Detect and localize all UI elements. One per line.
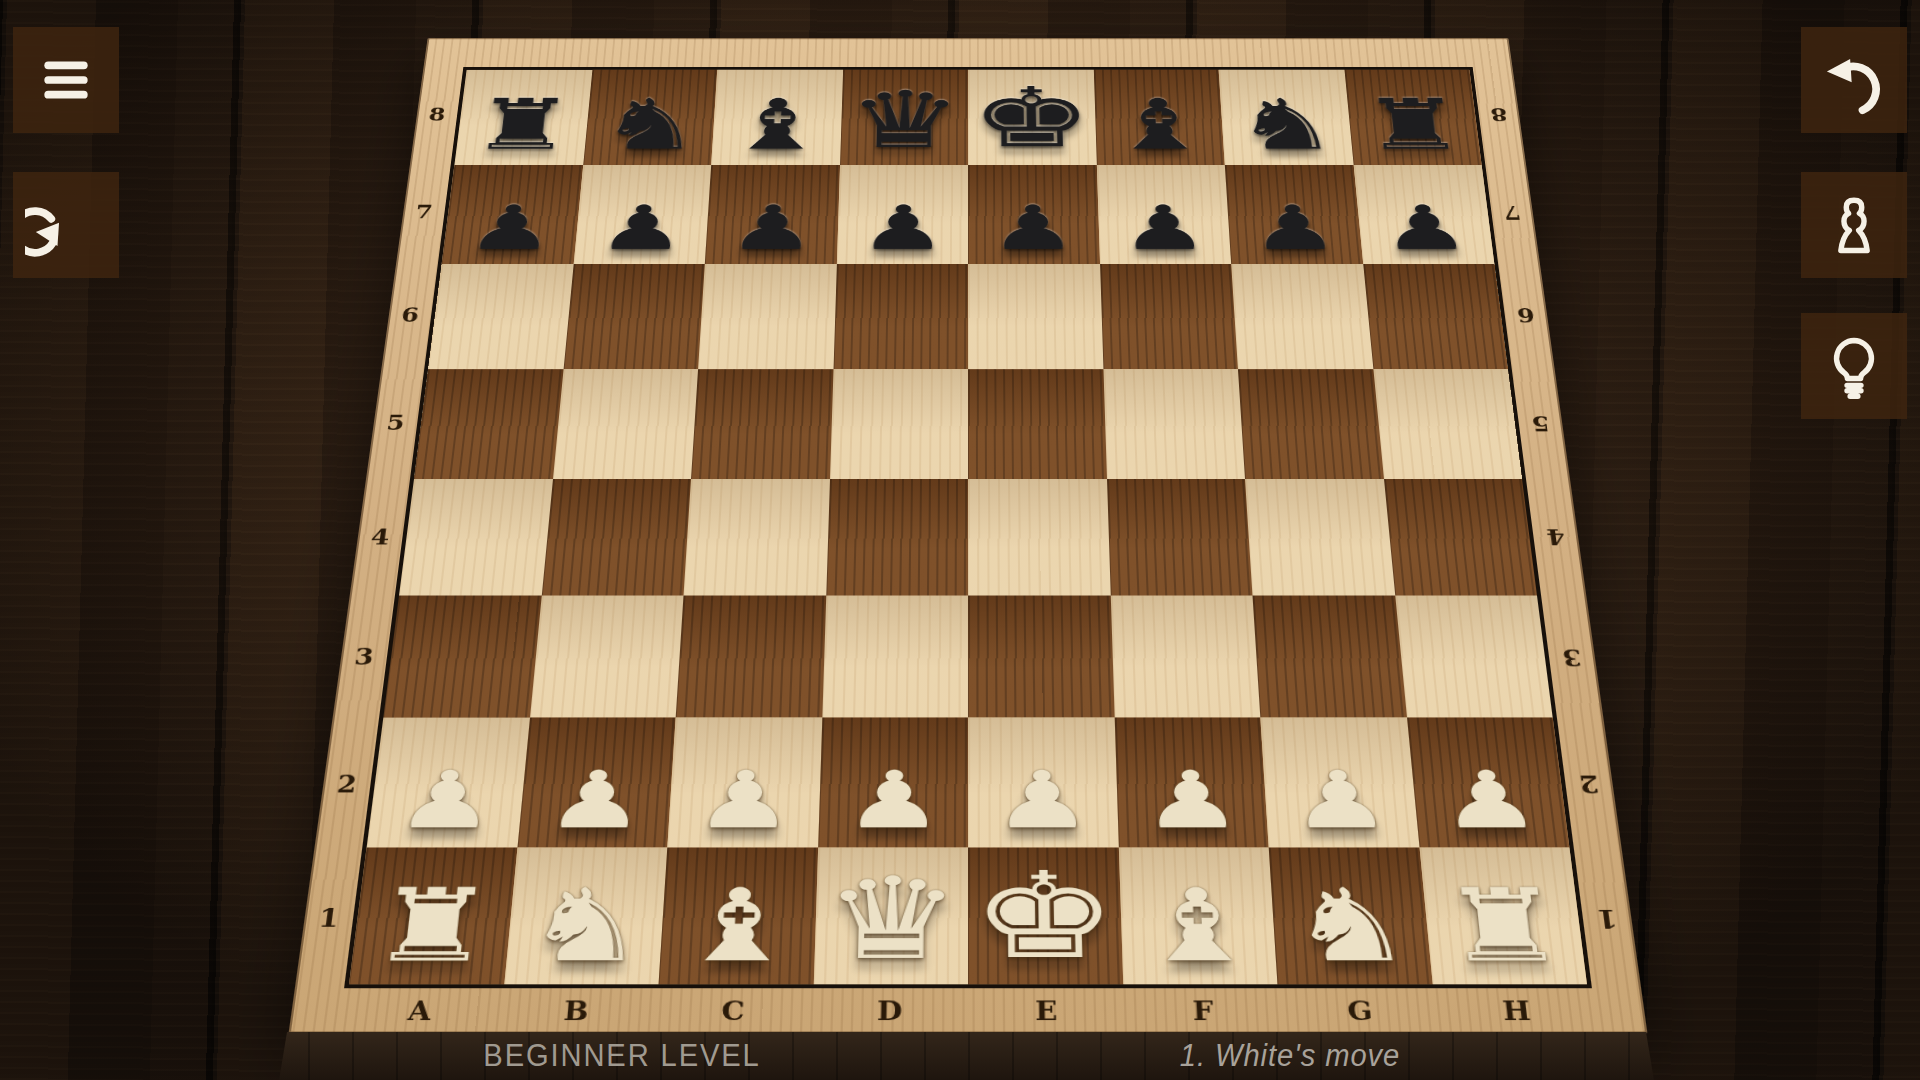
square-g8[interactable]: ♞ (1219, 70, 1353, 165)
square-c7[interactable]: ♟ (705, 165, 840, 265)
square-a2[interactable]: ♟ (367, 718, 530, 847)
square-f1[interactable]: ♝ (1118, 847, 1277, 984)
white-pawn-f2[interactable]: ♟ (1116, 760, 1269, 839)
hint-button[interactable] (1801, 313, 1907, 419)
square-h7[interactable]: ♟ (1353, 165, 1494, 265)
white-queen-d1[interactable]: ♛ (814, 863, 968, 976)
square-h2[interactable]: ♟ (1407, 718, 1570, 847)
black-pawn-f7[interactable]: ♟ (1097, 197, 1230, 258)
board-front-face: BEGINNER LEVEL 1. White's move (0, 1032, 1920, 1080)
square-d4[interactable] (826, 479, 968, 595)
square-a3[interactable] (383, 595, 541, 718)
square-a1[interactable]: ♜ (349, 847, 517, 984)
square-f2[interactable]: ♟ (1114, 718, 1268, 847)
square-d3[interactable] (822, 595, 968, 718)
square-e4[interactable] (968, 479, 1110, 595)
square-c3[interactable] (676, 595, 826, 718)
white-king-e1[interactable]: ♚ (968, 856, 1122, 976)
square-d5[interactable] (830, 369, 969, 479)
white-bishop-c1[interactable]: ♝ (659, 875, 817, 976)
piece-set-button[interactable] (1801, 172, 1907, 278)
square-b4[interactable] (541, 479, 691, 595)
square-d7[interactable]: ♟ (836, 165, 968, 265)
square-g6[interactable] (1231, 264, 1373, 369)
black-pawn-d7[interactable]: ♟ (837, 197, 968, 258)
square-h4[interactable] (1384, 479, 1537, 595)
square-h1[interactable]: ♜ (1419, 847, 1587, 984)
square-a7[interactable]: ♟ (442, 165, 583, 265)
square-e5[interactable] (968, 369, 1107, 479)
black-pawn-h7[interactable]: ♟ (1356, 197, 1493, 258)
square-e3[interactable] (968, 595, 1114, 718)
chess-board: 87654321 87654321 ABCDEFGH ♜♞♝♛♚♝♞♜♟♟♟♟♟… (289, 38, 1648, 1034)
square-d2[interactable]: ♟ (818, 718, 968, 847)
black-knight-g8[interactable]: ♞ (1220, 89, 1353, 159)
file-label-F: F (1124, 988, 1283, 1033)
square-c5[interactable] (691, 369, 833, 479)
undo-button[interactable] (1801, 27, 1907, 133)
square-e8[interactable]: ♚ (968, 70, 1096, 165)
black-pawn-b7[interactable]: ♟ (574, 197, 709, 258)
file-label-E: E (968, 988, 1125, 1033)
square-c1[interactable]: ♝ (659, 847, 818, 984)
white-pawn-b2[interactable]: ♟ (518, 760, 673, 839)
menu-icon (25, 39, 107, 121)
square-b6[interactable] (563, 264, 705, 369)
square-c8[interactable]: ♝ (711, 70, 842, 165)
square-f8[interactable]: ♝ (1093, 70, 1224, 165)
square-b8[interactable]: ♞ (583, 70, 717, 165)
square-b7[interactable]: ♟ (573, 165, 711, 265)
white-pawn-c2[interactable]: ♟ (668, 760, 821, 839)
square-a8[interactable]: ♜ (454, 70, 592, 165)
square-f6[interactable] (1100, 264, 1238, 369)
black-pawn-g7[interactable]: ♟ (1227, 197, 1362, 258)
wood-table-background: 87654321 87654321 ABCDEFGH ♜♞♝♛♚♝♞♜♟♟♟♟♟… (0, 0, 1920, 1080)
square-a6[interactable] (428, 264, 573, 369)
square-d8[interactable]: ♛ (840, 70, 968, 165)
menu-button[interactable] (13, 27, 119, 133)
white-rook-h1[interactable]: ♜ (1422, 875, 1586, 976)
square-h5[interactable] (1373, 369, 1522, 479)
square-e7[interactable]: ♟ (968, 165, 1100, 265)
square-e2[interactable]: ♟ (968, 718, 1118, 847)
files-bottom: ABCDEFGH (338, 988, 1598, 1033)
undo-icon (1813, 39, 1895, 121)
white-knight-b1[interactable]: ♞ (505, 875, 666, 976)
square-g5[interactable] (1238, 369, 1384, 479)
white-pawn-a2[interactable]: ♟ (368, 760, 526, 839)
file-label-A: A (338, 988, 500, 1033)
square-g4[interactable] (1245, 479, 1395, 595)
white-pawn-d2[interactable]: ♟ (818, 760, 968, 839)
black-pawn-e7[interactable]: ♟ (968, 197, 1099, 258)
white-pawn-h2[interactable]: ♟ (1411, 760, 1569, 839)
square-a4[interactable] (399, 479, 552, 595)
black-queen-d8[interactable]: ♛ (840, 81, 968, 159)
black-rook-a8[interactable]: ♜ (455, 89, 590, 159)
file-label-D: D (811, 988, 968, 1033)
level-label: BEGINNER LEVEL (483, 1038, 760, 1074)
white-knight-g1[interactable]: ♞ (1270, 875, 1431, 976)
square-e1[interactable]: ♚ (968, 847, 1123, 984)
black-pawn-a7[interactable]: ♟ (442, 197, 579, 258)
square-g3[interactable] (1252, 595, 1406, 718)
square-c4[interactable] (684, 479, 830, 595)
black-knight-b8[interactable]: ♞ (583, 89, 716, 159)
square-f3[interactable] (1110, 595, 1260, 718)
black-bishop-f8[interactable]: ♝ (1094, 89, 1224, 159)
restart-icon (25, 184, 107, 266)
file-label-C: C (653, 988, 812, 1033)
file-label-G: G (1280, 988, 1440, 1033)
square-b1[interactable]: ♞ (504, 847, 668, 984)
square-d1[interactable]: ♛ (813, 847, 968, 984)
square-d6[interactable] (833, 264, 968, 369)
square-b5[interactable] (553, 369, 699, 479)
square-h6[interactable] (1363, 264, 1508, 369)
square-g2[interactable]: ♟ (1260, 718, 1419, 847)
square-f7[interactable]: ♟ (1096, 165, 1231, 265)
square-c2[interactable]: ♟ (667, 718, 821, 847)
restart-button[interactable] (13, 172, 119, 278)
board-grid: ♜♞♝♛♚♝♞♜♟♟♟♟♟♟♟♟♟♟♟♟♟♟♟♟♜♞♝♛♚♝♞♜ (344, 67, 1592, 988)
white-pawn-g2[interactable]: ♟ (1263, 760, 1418, 839)
lightbulb-icon (1813, 325, 1895, 407)
square-b3[interactable] (529, 595, 683, 718)
square-h3[interactable] (1395, 595, 1553, 718)
black-king-e8[interactable]: ♚ (968, 76, 1096, 159)
square-f4[interactable] (1107, 479, 1253, 595)
white-rook-a1[interactable]: ♜ (350, 875, 514, 976)
square-g7[interactable]: ♟ (1225, 165, 1363, 265)
pawn-icon (1813, 184, 1895, 266)
square-e6[interactable] (968, 264, 1103, 369)
square-c6[interactable] (698, 264, 836, 369)
file-label-H: H (1436, 988, 1598, 1033)
square-a5[interactable] (414, 369, 563, 479)
square-b2[interactable]: ♟ (517, 718, 676, 847)
white-pawn-e2[interactable]: ♟ (968, 760, 1118, 839)
move-status: 1. White's move (1180, 1038, 1400, 1074)
black-rook-h8[interactable]: ♜ (1346, 89, 1481, 159)
black-bishop-c8[interactable]: ♝ (712, 89, 842, 159)
square-f5[interactable] (1103, 369, 1245, 479)
white-bishop-f1[interactable]: ♝ (1119, 875, 1277, 976)
file-label-B: B (496, 988, 656, 1033)
black-pawn-c7[interactable]: ♟ (705, 197, 838, 258)
square-g1[interactable]: ♞ (1269, 847, 1433, 984)
square-h8[interactable]: ♜ (1344, 70, 1482, 165)
